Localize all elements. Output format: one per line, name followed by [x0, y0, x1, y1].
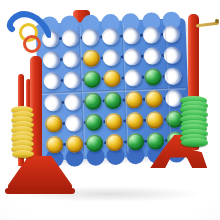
empty-hole — [44, 94, 62, 112]
yellow-disc — [66, 135, 84, 153]
cell-r1c3 — [80, 26, 101, 48]
green-disc — [85, 113, 103, 131]
empty-hole — [143, 47, 161, 65]
toss-ring-orange-icon — [23, 35, 41, 53]
cell-r5c4 — [104, 110, 125, 132]
green-coil-ring — [181, 138, 208, 147]
empty-hole — [43, 72, 61, 90]
gold-stick-tip — [215, 19, 219, 23]
cell-r5c3 — [83, 111, 104, 133]
yellow-disc — [45, 115, 63, 133]
empty-hole — [124, 69, 142, 87]
empty-hole — [62, 50, 80, 68]
cell-r6c3 — [84, 132, 105, 154]
cell-r5c1 — [43, 113, 64, 135]
cell-r2c3 — [81, 48, 102, 70]
green-disc — [144, 69, 162, 87]
cell-r4c4 — [103, 89, 124, 111]
empty-hole — [123, 48, 141, 66]
cell-r2c6 — [142, 45, 163, 67]
yellow-disc — [126, 112, 144, 130]
yellow-disc — [145, 90, 163, 108]
cell-r6c1 — [44, 134, 65, 156]
green-disc — [105, 91, 123, 109]
cell-r6c4 — [104, 131, 125, 153]
cell-r2c1 — [40, 49, 61, 71]
green-disc — [84, 92, 102, 110]
cell-r3c1 — [41, 70, 62, 92]
cell-r1c4 — [100, 26, 121, 48]
product-photo — [0, 0, 220, 220]
empty-hole — [122, 27, 140, 45]
yellow-disc — [104, 70, 122, 88]
empty-hole — [82, 29, 100, 47]
green-disc — [126, 133, 144, 151]
board — [35, 18, 190, 161]
frame-foot-left-base — [5, 188, 75, 194]
cell-r4c1 — [42, 91, 63, 113]
yellow-disc — [106, 134, 124, 152]
cell-r3c3 — [82, 69, 103, 91]
yellow-disc — [125, 90, 143, 108]
cell-r4c3 — [83, 90, 104, 112]
empty-hole — [64, 93, 82, 111]
empty-hole — [62, 29, 80, 47]
empty-hole — [143, 26, 161, 44]
green-disc — [86, 134, 104, 152]
empty-hole — [103, 49, 121, 67]
yellow-disc — [83, 50, 101, 68]
cell-r4c6 — [143, 88, 164, 110]
green-disc — [83, 71, 101, 89]
green-disc — [147, 132, 165, 150]
yellow-disc — [45, 136, 63, 154]
yellow-disc — [146, 111, 164, 129]
cell-r3c6 — [143, 66, 164, 88]
yellow-disc — [105, 112, 123, 130]
cell-r5c6 — [144, 109, 165, 131]
empty-hole — [102, 28, 120, 46]
empty-hole — [65, 114, 83, 132]
cell-r3c4 — [102, 68, 123, 90]
empty-hole — [63, 72, 81, 90]
cell-r6c6 — [145, 130, 166, 152]
cell-r2c4 — [101, 47, 122, 69]
cell-r1c6 — [141, 24, 162, 46]
empty-hole — [42, 51, 60, 69]
